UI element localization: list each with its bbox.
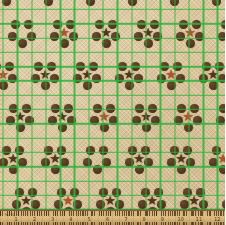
disc [12, 200, 21, 209]
motif-cluster: ★ [163, 141, 199, 177]
disc [60, 158, 69, 167]
ruler-number: 9 [161, 216, 164, 222]
disc [115, 200, 124, 209]
disc [193, 116, 202, 125]
motif-cluster: ★ [153, 57, 189, 93]
ruler-number: 8 [143, 216, 146, 222]
motif-cluster: ★ [195, 57, 225, 93]
ruler-number: 7 [124, 216, 127, 222]
ruler-number: 2 [33, 216, 36, 222]
disc [134, 32, 143, 41]
motif-cluster: ★ [170, 99, 206, 135]
disc [186, 158, 195, 167]
star-icon: ★ [142, 26, 154, 39]
disc [96, 200, 105, 209]
disc [212, 0, 221, 6]
disc [8, 32, 17, 41]
disc [92, 74, 101, 83]
motif-cluster: ★ [44, 99, 80, 135]
ruler-number: 6 [106, 216, 109, 222]
disc [199, 200, 208, 209]
disc [170, 0, 179, 6]
motif-cluster: ★ [2, 99, 38, 135]
disc [157, 200, 166, 209]
disc [6, 116, 15, 125]
disc [218, 74, 225, 83]
disc [157, 74, 166, 83]
disc [167, 81, 176, 90]
star-icon: ★ [182, 110, 194, 123]
motif-cluster: ★ [88, 15, 124, 51]
motif-cluster: ★ [111, 57, 147, 93]
disc [18, 39, 27, 48]
disc [209, 81, 218, 90]
disc [18, 158, 27, 167]
disc [221, 20, 225, 29]
disc [11, 20, 20, 29]
motif-cluster: ★ [121, 141, 157, 177]
ruler-ticks-bottom [0, 222, 225, 225]
disc [222, 200, 226, 209]
disc [44, 0, 53, 6]
disc [0, 81, 8, 90]
disc [135, 165, 144, 174]
star-icon: ★ [0, 68, 9, 81]
disc [132, 116, 141, 125]
star-icon: ★ [207, 68, 219, 81]
disc [144, 158, 153, 167]
disc [180, 200, 189, 209]
motif-cluster: ★ [205, 141, 225, 177]
disc [109, 116, 118, 125]
disc [50, 32, 59, 41]
disc [100, 123, 109, 132]
disc [2, 0, 11, 6]
star-icon: ★ [14, 110, 26, 123]
star-icon: ★ [56, 110, 68, 123]
disc [25, 116, 34, 125]
motif-cluster: ★ [37, 141, 73, 177]
disc [86, 0, 95, 6]
disc [176, 74, 185, 83]
motif-cluster: ★ [172, 15, 208, 51]
disc [138, 200, 147, 209]
disc [69, 32, 78, 41]
motif-cluster: ★ [0, 141, 31, 177]
disc [67, 116, 76, 125]
ruler-number: 1 [14, 216, 17, 222]
star-icon: ★ [175, 152, 187, 165]
motif-cluster: ★ [46, 15, 82, 51]
disc [8, 74, 17, 83]
disc [16, 123, 25, 132]
motif-cluster [79, 141, 115, 177]
ruler-number: 5 [88, 216, 91, 222]
motif-cluster: ★ [30, 0, 66, 9]
disc [167, 158, 176, 167]
disc [27, 32, 36, 41]
motif-cluster: ★ [130, 15, 166, 51]
disc [60, 39, 69, 48]
star-icon: ★ [217, 152, 225, 165]
motif-cluster: ★ [212, 99, 225, 135]
star-icon: ★ [184, 26, 196, 39]
disc [50, 74, 59, 83]
star-icon: ★ [100, 26, 112, 39]
disc [48, 116, 57, 125]
disc [31, 200, 40, 209]
disc [184, 123, 193, 132]
ruler-number: 12 [214, 216, 220, 222]
star-icon: ★ [7, 152, 19, 165]
disc [24, 20, 33, 29]
star-icon: ★ [146, 194, 158, 207]
motif-cluster: ★ [27, 57, 63, 93]
disc [92, 32, 101, 41]
star-icon: ★ [133, 152, 145, 165]
disc [9, 165, 18, 174]
ruler: · ⅛ ¼ · 123456789101112 [0, 210, 225, 225]
disc [144, 39, 153, 48]
disc [195, 32, 204, 41]
disc [142, 123, 151, 132]
motif-cluster: ★ [86, 99, 122, 135]
disc [219, 165, 226, 174]
motif-cluster [4, 15, 40, 51]
motif-cluster: ★ [69, 57, 105, 93]
ruler-number: 10 [178, 216, 184, 222]
disc [111, 32, 120, 41]
disc [83, 158, 92, 167]
star-icon: ★ [98, 110, 110, 123]
star-icon: ★ [49, 152, 61, 165]
disc [128, 0, 137, 6]
disc [83, 81, 92, 90]
star-icon: ★ [140, 110, 152, 123]
disc [73, 200, 82, 209]
star-icon: ★ [20, 194, 32, 207]
motif-cluster: ★ [128, 99, 164, 135]
motif-cluster: ★ [114, 0, 150, 9]
disc [153, 32, 162, 41]
disc [90, 116, 99, 125]
star-icon: ★ [165, 68, 177, 81]
star-icon: ★ [123, 68, 135, 81]
disc [102, 39, 111, 48]
disc [102, 158, 111, 167]
fabric-swatch-photo: ★★★★★★★★★★★★★★★★★★★★★★★★★★★★★★★★★★ · ⅛ ¼… [0, 0, 225, 225]
disc [31, 74, 40, 83]
disc [125, 158, 134, 167]
star-icon: ★ [62, 194, 74, 207]
disc [73, 74, 82, 83]
motif-cluster: ★ [198, 0, 225, 9]
disc [58, 123, 67, 132]
disc [209, 158, 218, 167]
motif-cluster: ★ [0, 57, 21, 93]
disc [125, 81, 134, 90]
disc [174, 116, 183, 125]
star-icon: ★ [81, 68, 93, 81]
disc [51, 165, 60, 174]
disc [54, 200, 63, 209]
disc [41, 158, 50, 167]
disc [86, 146, 95, 155]
star-icon: ★ [188, 194, 200, 207]
ruler-number: 11 [196, 216, 202, 222]
disc [177, 165, 186, 174]
motif-cluster: ★ [156, 0, 192, 9]
motif-cluster: ★ [214, 15, 225, 51]
motif-cluster: ★ [72, 0, 108, 9]
disc [99, 146, 108, 155]
disc [151, 116, 160, 125]
disc [134, 74, 143, 83]
disc [218, 32, 226, 41]
motif-cluster: ★ [0, 0, 24, 9]
disc [176, 32, 185, 41]
star-icon: ★ [58, 26, 70, 39]
star-icon: ★ [224, 110, 225, 123]
disc [115, 74, 124, 83]
disc [41, 81, 50, 90]
disc [93, 165, 102, 174]
ruler-number: 3 [51, 216, 54, 222]
disc [216, 116, 225, 125]
star-icon: ★ [39, 68, 51, 81]
ruler-number: 4 [69, 216, 72, 222]
disc [199, 74, 208, 83]
disc [186, 39, 195, 48]
star-icon: ★ [104, 194, 116, 207]
